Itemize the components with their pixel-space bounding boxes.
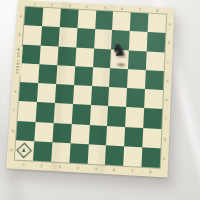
square-h6 <box>105 145 124 166</box>
square-e4 <box>73 85 92 105</box>
square-e8 <box>144 89 163 109</box>
square-d5 <box>92 67 111 87</box>
square-f5 <box>89 105 108 125</box>
square-f2 <box>35 102 54 122</box>
photo-background: 12345678 12345678 abcdefgh abcdefgh ◆ US… <box>0 0 200 200</box>
coordinate-label: a <box>165 15 174 34</box>
coordinate-label: 7 <box>123 166 142 176</box>
square-h8 <box>142 147 161 168</box>
coordinate-label: d <box>163 71 172 91</box>
diamond-emblem-icon: ♟ <box>17 142 33 158</box>
square-c3 <box>57 46 76 66</box>
square-f6 <box>107 106 126 126</box>
square-e2 <box>37 83 56 103</box>
square-c2 <box>39 45 58 65</box>
square-a1 <box>24 7 43 27</box>
square-a6 <box>112 12 131 32</box>
square-f1 <box>18 101 37 121</box>
coordinate-label: e <box>162 90 171 110</box>
square-e7 <box>126 88 145 108</box>
square-g2 <box>34 122 53 142</box>
square-e5 <box>90 86 109 106</box>
pawn-emblem-glyph: ♟ <box>22 148 27 153</box>
square-c6: ♞ <box>110 49 129 69</box>
square-c8 <box>146 51 165 71</box>
square-g5 <box>88 125 107 146</box>
square-h1: ♟ <box>15 140 34 161</box>
coordinate-label: 5 <box>87 164 106 174</box>
square-g1 <box>16 121 35 141</box>
square-b8 <box>147 32 166 52</box>
square-h7 <box>123 146 142 167</box>
square-g8 <box>142 128 161 149</box>
chess-board: ♞♟ <box>15 7 166 168</box>
piece-shadow <box>115 61 127 68</box>
us-chess-logo: ♟ <box>15 140 34 161</box>
square-g7 <box>124 127 143 148</box>
square-a3 <box>59 9 78 29</box>
coordinate-label: b <box>165 33 174 52</box>
coordinate-label: 2 <box>32 161 51 171</box>
coordinate-label: f <box>161 109 170 129</box>
square-a7 <box>130 13 149 33</box>
square-a8 <box>148 14 166 34</box>
square-e3 <box>55 84 74 104</box>
square-a4 <box>77 10 96 30</box>
coordinate-label: 8 <box>141 167 160 177</box>
square-b1 <box>23 25 42 45</box>
square-g4 <box>70 124 89 145</box>
brand-label: US CHESS <box>15 52 21 74</box>
square-d2 <box>38 64 57 84</box>
square-d8 <box>145 70 164 90</box>
coordinate-label: 4 <box>69 163 88 173</box>
square-h5 <box>87 144 106 165</box>
square-d7 <box>127 69 146 89</box>
square-h2 <box>33 141 52 162</box>
square-d3 <box>56 65 75 85</box>
square-f4 <box>71 104 90 124</box>
square-f8 <box>143 108 162 128</box>
coordinate-label: c <box>164 52 173 71</box>
black-knight-piece: ♞ <box>111 40 128 58</box>
square-g6 <box>106 126 125 147</box>
square-e6 <box>108 87 127 107</box>
square-b7 <box>129 31 148 51</box>
coordinate-label: g <box>161 129 170 149</box>
square-d4 <box>74 66 93 86</box>
coordinate-label: h <box>160 148 169 168</box>
diamond-icon: ◆ <box>16 47 20 52</box>
square-b4 <box>76 28 95 48</box>
square-d1 <box>20 63 39 83</box>
square-a2 <box>42 8 61 28</box>
square-c5 <box>93 48 112 68</box>
square-h4 <box>69 143 88 164</box>
square-g3 <box>52 123 71 143</box>
square-a5 <box>95 11 114 31</box>
coordinate-label: 1 <box>14 160 33 170</box>
square-b2 <box>41 26 60 46</box>
square-c1 <box>22 44 41 64</box>
square-f3 <box>53 103 72 123</box>
square-b3 <box>58 27 77 47</box>
square-d6 <box>109 68 128 88</box>
square-c7 <box>128 50 147 70</box>
square-f7 <box>125 107 144 127</box>
square-c4 <box>75 47 94 67</box>
square-e1 <box>19 82 38 102</box>
square-h3 <box>51 142 70 163</box>
coordinate-label: 6 <box>105 165 124 175</box>
coordinate-label: 3 <box>50 162 69 172</box>
chess-mat: 12345678 12345678 abcdefgh abcdefgh ◆ US… <box>6 0 174 178</box>
